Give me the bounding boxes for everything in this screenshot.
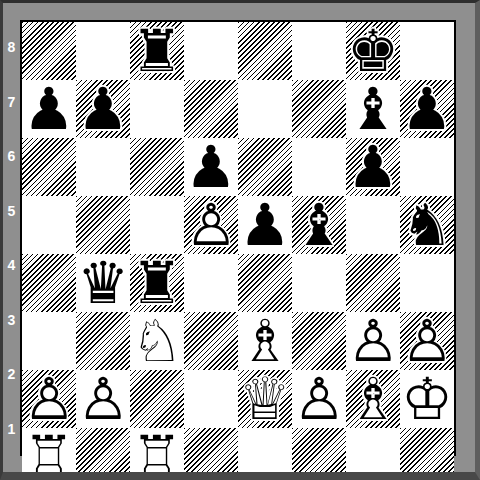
square-c4[interactable]: ♜♜ — [130, 254, 184, 312]
piece-glyph: ♙ — [293, 365, 345, 433]
black-pawn: ♟♟ — [401, 80, 453, 138]
black-pawn: ♟♟ — [23, 80, 75, 138]
square-e1[interactable] — [238, 428, 292, 480]
white-bishop: ♝♗ — [347, 370, 399, 428]
square-d2[interactable] — [184, 370, 238, 428]
square-d5[interactable]: ♟♙ — [184, 196, 238, 254]
square-b6[interactable] — [76, 138, 130, 196]
square-d7[interactable] — [184, 80, 238, 138]
white-pawn: ♟♙ — [401, 312, 453, 370]
square-d4[interactable] — [184, 254, 238, 312]
piece-glyph: ♜ — [131, 17, 183, 85]
black-rook: ♜♜ — [131, 22, 183, 80]
rank-label-2: 2 — [3, 347, 20, 402]
rank-label-7: 7 — [3, 75, 20, 130]
square-a3[interactable] — [22, 312, 76, 370]
square-e5[interactable]: ♟♟ — [238, 196, 292, 254]
piece-glyph: ♛ — [77, 249, 129, 317]
square-a7[interactable]: ♟♟ — [22, 80, 76, 138]
rank-label-6: 6 — [3, 129, 20, 184]
square-d6[interactable]: ♟♟ — [184, 138, 238, 196]
square-e4[interactable] — [238, 254, 292, 312]
chess-diagram: 87654321 ABCDEFGH ♜♜♚♚♟♟♟♟♝♝♟♟♟♟♟♟♟♙♟♟♝♝… — [0, 0, 480, 480]
square-e2[interactable]: ♛♕ — [238, 370, 292, 428]
piece-glyph: ♖ — [23, 423, 75, 480]
square-f4[interactable] — [292, 254, 346, 312]
square-f5[interactable]: ♝♝ — [292, 196, 346, 254]
square-a1[interactable]: ♜♖ — [22, 428, 76, 480]
square-h2[interactable]: ♚♔ — [400, 370, 454, 428]
square-f6[interactable] — [292, 138, 346, 196]
square-c8[interactable]: ♜♜ — [130, 22, 184, 80]
black-bishop: ♝♝ — [293, 196, 345, 254]
square-h4[interactable] — [400, 254, 454, 312]
rank-label-5: 5 — [3, 184, 20, 239]
piece-glyph: ♖ — [131, 423, 183, 480]
black-pawn: ♟♟ — [239, 196, 291, 254]
square-b2[interactable]: ♟♙ — [76, 370, 130, 428]
black-pawn: ♟♟ — [77, 80, 129, 138]
square-f3[interactable] — [292, 312, 346, 370]
piece-glyph: ♕ — [239, 365, 291, 433]
white-king: ♚♔ — [401, 370, 453, 428]
rank-label-3: 3 — [3, 293, 20, 348]
white-pawn: ♟♙ — [77, 370, 129, 428]
square-a4[interactable] — [22, 254, 76, 312]
square-c1[interactable]: ♜♖ — [130, 428, 184, 480]
square-g8[interactable]: ♚♚ — [346, 22, 400, 80]
black-knight: ♞♞ — [401, 196, 453, 254]
piece-glyph: ♗ — [347, 365, 399, 433]
square-g6[interactable]: ♟♟ — [346, 138, 400, 196]
piece-glyph: ♙ — [77, 365, 129, 433]
square-h8[interactable] — [400, 22, 454, 80]
square-d8[interactable] — [184, 22, 238, 80]
square-c7[interactable] — [130, 80, 184, 138]
square-a2[interactable]: ♟♙ — [22, 370, 76, 428]
square-b7[interactable]: ♟♟ — [76, 80, 130, 138]
white-knight: ♞♘ — [131, 312, 183, 370]
square-d3[interactable] — [184, 312, 238, 370]
white-rook: ♜♖ — [23, 428, 75, 480]
square-h6[interactable] — [400, 138, 454, 196]
black-rook: ♜♜ — [131, 254, 183, 312]
square-a6[interactable] — [22, 138, 76, 196]
square-b4[interactable]: ♛♛ — [76, 254, 130, 312]
piece-glyph: ♟ — [23, 75, 75, 143]
square-g4[interactable] — [346, 254, 400, 312]
piece-glyph: ♘ — [131, 307, 183, 375]
square-h3[interactable]: ♟♙ — [400, 312, 454, 370]
black-pawn: ♟♟ — [185, 138, 237, 196]
square-g3[interactable]: ♟♙ — [346, 312, 400, 370]
square-d1[interactable] — [184, 428, 238, 480]
square-e7[interactable] — [238, 80, 292, 138]
square-h7[interactable]: ♟♟ — [400, 80, 454, 138]
piece-glyph: ♔ — [401, 365, 453, 433]
square-g5[interactable] — [346, 196, 400, 254]
chess-board: ♜♜♚♚♟♟♟♟♝♝♟♟♟♟♟♟♟♙♟♟♝♝♞♞♛♛♜♜♞♘♝♗♟♙♟♙♟♙♟♙… — [20, 20, 456, 456]
black-king: ♚♚ — [347, 22, 399, 80]
piece-glyph: ♟ — [401, 75, 453, 143]
white-bishop: ♝♗ — [239, 312, 291, 370]
square-f8[interactable] — [292, 22, 346, 80]
square-c6[interactable] — [130, 138, 184, 196]
piece-glyph: ♞ — [401, 191, 453, 259]
square-b5[interactable] — [76, 196, 130, 254]
square-b8[interactable] — [76, 22, 130, 80]
square-f1[interactable] — [292, 428, 346, 480]
piece-glyph: ♟ — [347, 133, 399, 201]
square-c2[interactable] — [130, 370, 184, 428]
rank-labels: 87654321 — [3, 20, 20, 456]
square-g7[interactable]: ♝♝ — [346, 80, 400, 138]
square-c5[interactable] — [130, 196, 184, 254]
piece-glyph: ♟ — [239, 191, 291, 259]
square-e6[interactable] — [238, 138, 292, 196]
square-a5[interactable] — [22, 196, 76, 254]
rank-label-4: 4 — [3, 238, 20, 293]
square-f2[interactable]: ♟♙ — [292, 370, 346, 428]
square-f7[interactable] — [292, 80, 346, 138]
piece-glyph: ♝ — [293, 191, 345, 259]
black-queen: ♛♛ — [77, 254, 129, 312]
white-pawn: ♟♙ — [23, 370, 75, 428]
rank-label-8: 8 — [3, 20, 20, 75]
white-rook: ♜♖ — [131, 428, 183, 480]
black-pawn: ♟♟ — [347, 138, 399, 196]
piece-glyph: ♙ — [185, 191, 237, 259]
square-c3[interactable]: ♞♘ — [130, 312, 184, 370]
square-b3[interactable] — [76, 312, 130, 370]
black-bishop: ♝♝ — [347, 80, 399, 138]
square-g2[interactable]: ♝♗ — [346, 370, 400, 428]
square-h1[interactable] — [400, 428, 454, 480]
white-pawn: ♟♙ — [185, 196, 237, 254]
square-e8[interactable] — [238, 22, 292, 80]
square-e3[interactable]: ♝♗ — [238, 312, 292, 370]
rank-label-1: 1 — [3, 402, 20, 457]
white-pawn: ♟♙ — [293, 370, 345, 428]
square-g1[interactable] — [346, 428, 400, 480]
white-queen: ♛♕ — [239, 370, 291, 428]
piece-glyph: ♟ — [77, 75, 129, 143]
square-b1[interactable] — [76, 428, 130, 480]
square-a8[interactable] — [22, 22, 76, 80]
square-h5[interactable]: ♞♞ — [400, 196, 454, 254]
white-pawn: ♟♙ — [347, 312, 399, 370]
